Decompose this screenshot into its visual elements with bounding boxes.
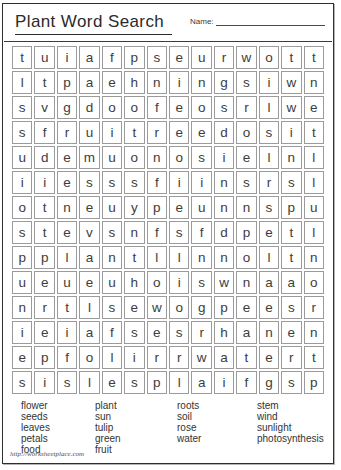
grid-cell-r6c5[interactable]: s (102, 171, 122, 194)
grid-cell-r6c14[interactable]: l (304, 171, 324, 194)
grid-cell-r11c1[interactable]: n (12, 296, 32, 319)
grid-cell-r12c4[interactable]: a (79, 321, 99, 344)
grid-cell-r9c1[interactable]: p (12, 246, 32, 269)
grid-cell-r1c7[interactable]: s (147, 46, 167, 69)
word-item-sunlight: sunlight (257, 422, 331, 433)
grid-cell-r1c9[interactable]: u (191, 46, 211, 69)
grid-cell-r10c13[interactable]: a (281, 271, 301, 294)
grid-cell-r13c14[interactable]: t (304, 346, 324, 369)
grid-cell-r12c3[interactable]: i (57, 321, 77, 344)
grid-cell-r2c1[interactable]: l (12, 71, 32, 94)
grid-cell-r14c11[interactable]: f (236, 371, 256, 394)
grid-cell-r3c14[interactable]: e (304, 96, 324, 119)
grid-cell-r1c4[interactable]: a (79, 46, 99, 69)
grid-cell-r6c3[interactable]: e (57, 171, 77, 194)
grid-cell-r10c8[interactable]: i (169, 271, 189, 294)
grid-cell-r1c10[interactable]: r (214, 46, 234, 69)
grid-cell-r11c11[interactable]: e (236, 296, 256, 319)
grid-cell-r13c6[interactable]: i (124, 346, 144, 369)
grid-cell-r11c3[interactable]: t (57, 296, 77, 319)
grid-cell-r5c14[interactable]: l (304, 146, 324, 169)
grid-cell-r9c9[interactable]: n (191, 246, 211, 269)
grid-cell-r10c2[interactable]: e (34, 271, 54, 294)
grid-cell-r10c3[interactable]: u (57, 271, 77, 294)
word-item-photosynthesis: photosynthesis (257, 433, 331, 444)
grid-cell-r12c7[interactable]: e (147, 321, 167, 344)
grid-cell-r11c14[interactable]: r (304, 296, 324, 319)
grid-cell-r5c5[interactable]: u (102, 146, 122, 169)
word-item-petals: petals (21, 433, 95, 444)
grid-cell-r4c11[interactable]: o (236, 121, 256, 144)
grid-cell-r4c1[interactable]: s (12, 121, 32, 144)
grid-cell-r14c4[interactable]: l (79, 371, 99, 394)
grid-cell-r2c14[interactable]: n (304, 71, 324, 94)
grid-cell-r12c2[interactable]: e (34, 321, 54, 344)
grid-cell-r8c3[interactable]: e (57, 221, 77, 244)
grid-cell-r4c6[interactable]: t (124, 121, 144, 144)
word-list-column-3: rootssoilrosewater (177, 400, 257, 455)
grid-cell-r4c7[interactable]: r (147, 121, 167, 144)
grid-cell-r11c6[interactable]: e (124, 296, 144, 319)
grid-cell-r14c13[interactable]: s (281, 371, 301, 394)
grid-cell-r2c8[interactable]: i (169, 71, 189, 94)
word-item-stem: stem (257, 400, 331, 411)
grid-cell-r10c9[interactable]: s (191, 271, 211, 294)
word-list-column-1: flowerseedsleavespetalsfood (21, 400, 95, 455)
grid-cell-r4c4[interactable]: u (79, 121, 99, 144)
grid-cell-r7c3[interactable]: n (57, 196, 77, 219)
grid-cell-r13c11[interactable]: t (236, 346, 256, 369)
grid-cell-r8c12[interactable]: e (259, 221, 279, 244)
grid-cell-r11c13[interactable]: s (281, 296, 301, 319)
grid-cell-r11c8[interactable]: o (169, 296, 189, 319)
grid-cell-r8c5[interactable]: s (102, 221, 122, 244)
grid-cell-r2c9[interactable]: n (191, 71, 211, 94)
grid-cell-r14c5[interactable]: e (102, 371, 122, 394)
grid-cell-r9c2[interactable]: p (34, 246, 54, 269)
grid-cell-r13c1[interactable]: e (12, 346, 32, 369)
grid-cell-r8c11[interactable]: p (236, 221, 256, 244)
word-item-sun: sun (95, 411, 177, 422)
grid-cell-r13c10[interactable]: a (214, 346, 234, 369)
grid-cell-r10c6[interactable]: h (124, 271, 144, 294)
grid-cell-r2c2[interactable]: t (34, 71, 54, 94)
header-divider (4, 41, 332, 42)
grid-cell-r5c4[interactable]: m (79, 146, 99, 169)
word-item-soil: soil (177, 411, 257, 422)
grid-cell-r14c8[interactable]: l (169, 371, 189, 394)
grid-cell-r13c9[interactable]: w (191, 346, 211, 369)
grid-cell-r13c13[interactable]: r (281, 346, 301, 369)
grid-cell-r9c8[interactable]: l (169, 246, 189, 269)
word-item-flower: flower (21, 400, 95, 411)
grid-cell-r1c11[interactable]: w (236, 46, 256, 69)
grid-cell-r14c2[interactable]: i (34, 371, 54, 394)
grid-cell-r3c8[interactable]: e (169, 96, 189, 119)
grid-cell-r7c8[interactable]: e (169, 196, 189, 219)
grid-cell-r8c10[interactable]: d (214, 221, 234, 244)
grid-cell-r6c7[interactable]: f (147, 171, 167, 194)
grid-cell-r1c13[interactable]: t (281, 46, 301, 69)
grid-cell-r5c1[interactable]: u (12, 146, 32, 169)
grid-cell-r4c8[interactable]: e (169, 121, 189, 144)
grid-cell-r4c14[interactable]: t (304, 121, 324, 144)
grid-cell-r6c13[interactable]: s (281, 171, 301, 194)
grid-cell-r2c10[interactable]: g (214, 71, 234, 94)
word-item-leaves: leaves (21, 422, 95, 433)
grid-cell-r11c7[interactable]: w (147, 296, 167, 319)
grid-cell-r3c7[interactable]: f (147, 96, 167, 119)
grid-cell-r14c6[interactable]: s (124, 371, 144, 394)
grid-cell-r10c10[interactable]: w (214, 271, 234, 294)
word-list-column-4: stemwindsunlightphotosynthesis (257, 400, 331, 455)
grid-cell-r7c11[interactable]: n (236, 196, 256, 219)
grid-cell-r2c6[interactable]: h (124, 71, 144, 94)
grid-cell-r3c11[interactable]: r (236, 96, 256, 119)
grid-cell-r9c5[interactable]: n (102, 246, 122, 269)
grid-cell-r3c5[interactable]: o (102, 96, 122, 119)
grid-cell-r2c7[interactable]: n (147, 71, 167, 94)
grid-cell-r11c9[interactable]: g (191, 296, 211, 319)
grid-cell-r4c2[interactable]: f (34, 121, 54, 144)
grid-cell-r2c13[interactable]: w (281, 71, 301, 94)
grid-cell-r1c8[interactable]: e (169, 46, 189, 69)
grid-cell-r1c12[interactable]: o (259, 46, 279, 69)
grid-cell-r10c12[interactable]: a (259, 271, 279, 294)
grid-cell-r7c6[interactable]: y (124, 196, 144, 219)
grid-cell-r1c5[interactable]: f (102, 46, 122, 69)
grid-cell-r1c2[interactable]: u (34, 46, 54, 69)
worksheet-page: Plant Word Search Name: tuiafpseurwottlt… (2, 3, 334, 464)
word-item-green: green (95, 433, 177, 444)
grid-cell-r3c1[interactable]: s (12, 96, 32, 119)
grid-cell-r4c10[interactable]: d (214, 121, 234, 144)
grid-cell-r6c12[interactable]: r (259, 171, 279, 194)
grid-cell-r12c9[interactable]: r (191, 321, 211, 344)
word-item-fruit: fruit (95, 444, 177, 455)
grid-cell-r12c5[interactable]: f (102, 321, 122, 344)
grid-cell-r9c4[interactable]: a (79, 246, 99, 269)
grid-cell-r9c11[interactable]: o (236, 246, 256, 269)
grid-cell-r13c5[interactable]: l (102, 346, 122, 369)
grid-cell-r11c5[interactable]: s (102, 296, 122, 319)
grid-cell-r5c12[interactable]: l (259, 146, 279, 169)
grid-cell-r8c8[interactable]: s (169, 221, 189, 244)
grid-cell-r4c13[interactable]: i (281, 121, 301, 144)
word-list-column-2: plantsuntulipgreenfruit (95, 400, 177, 455)
grid-cell-r12c14[interactable]: n (304, 321, 324, 344)
grid-cell-r9c14[interactable]: n (304, 246, 324, 269)
grid-cell-r10c14[interactable]: o (304, 271, 324, 294)
name-input-line[interactable] (216, 16, 325, 26)
grid-cell-r1c1[interactable]: t (12, 46, 32, 69)
source-url: http://worksheetplace.com (10, 450, 84, 458)
grid-cell-r6c11[interactable]: s (236, 171, 256, 194)
grid-cell-r4c5[interactable]: i (102, 121, 122, 144)
grid-cell-r13c8[interactable]: r (169, 346, 189, 369)
name-area: Name: (190, 16, 325, 26)
grid-cell-r1c6[interactable]: p (124, 46, 144, 69)
word-item-water: water (177, 433, 257, 444)
grid-cell-r2c4[interactable]: a (79, 71, 99, 94)
grid-cell-r4c3[interactable]: r (57, 121, 77, 144)
grid-cell-r6c4[interactable]: s (79, 171, 99, 194)
grid-cell-r3c12[interactable]: l (259, 96, 279, 119)
grid-cell-r5c10[interactable]: i (214, 146, 234, 169)
grid-cell-r10c4[interactable]: e (79, 271, 99, 294)
word-item-roots: roots (177, 400, 257, 411)
grid-cell-r5c9[interactable]: s (191, 146, 211, 169)
grid-cell-r2c3[interactable]: p (57, 71, 77, 94)
grid-cell-r7c10[interactable]: n (214, 196, 234, 219)
grid-cell-r8c2[interactable]: t (34, 221, 54, 244)
word-search-grid[interactable]: tuiafpseurwottltpaehningsiwnsvgdoofeosrl… (12, 46, 324, 394)
header: Plant Word Search Name: (3, 4, 333, 36)
grid-cell-r7c4[interactable]: e (79, 196, 99, 219)
grid-cell-r14c9[interactable]: a (191, 371, 211, 394)
grid-cell-r11c10[interactable]: p (214, 296, 234, 319)
grid-cell-r12c6[interactable]: s (124, 321, 144, 344)
grid-cell-r9c12[interactable]: l (259, 246, 279, 269)
grid-cell-r11c12[interactable]: e (259, 296, 279, 319)
grid-cell-r12c12[interactable]: n (259, 321, 279, 344)
grid-cell-r14c7[interactable]: p (147, 371, 167, 394)
grid-cell-r3c3[interactable]: g (57, 96, 77, 119)
grid-cell-r5c13[interactable]: n (281, 146, 301, 169)
page-title: Plant Word Search (15, 12, 172, 35)
grid-cell-r5c8[interactable]: o (169, 146, 189, 169)
grid-cell-r4c12[interactable]: s (259, 121, 279, 144)
grid-cell-r1c3[interactable]: i (57, 46, 77, 69)
grid-cell-r7c14[interactable]: u (304, 196, 324, 219)
grid-cell-r13c12[interactable]: e (259, 346, 279, 369)
grid-cell-r10c7[interactable]: o (147, 271, 167, 294)
grid-cell-r3c6[interactable]: o (124, 96, 144, 119)
grid-cell-r7c2[interactable]: t (34, 196, 54, 219)
grid-cell-r12c8[interactable]: s (169, 321, 189, 344)
grid-cell-r9c13[interactable]: t (281, 246, 301, 269)
grid-cell-r12c10[interactable]: h (214, 321, 234, 344)
grid-cell-r6c6[interactable]: s (124, 171, 144, 194)
grid-cell-r10c11[interactable]: n (236, 271, 256, 294)
grid-cell-r8c9[interactable]: f (191, 221, 211, 244)
grid-cell-r12c11[interactable]: a (236, 321, 256, 344)
word-list: flowerseedsleavespetalsfoodplantsuntulip… (3, 394, 333, 455)
grid-cell-r13c2[interactable]: p (34, 346, 54, 369)
grid-cell-r7c5[interactable]: u (102, 196, 122, 219)
grid-cell-r14c12[interactable]: g (259, 371, 279, 394)
grid-cell-r8c14[interactable]: l (304, 221, 324, 244)
grid-cell-r6c1[interactable]: i (12, 171, 32, 194)
grid-cell-r9c7[interactable]: l (147, 246, 167, 269)
grid-cell-r13c7[interactable]: r (147, 346, 167, 369)
grid-cell-r11c2[interactable]: r (34, 296, 54, 319)
grid-cell-r12c13[interactable]: e (281, 321, 301, 344)
grid-cell-r9c6[interactable]: t (124, 246, 144, 269)
grid-cell-r5c7[interactable]: n (147, 146, 167, 169)
grid-cell-r14c3[interactable]: s (57, 371, 77, 394)
grid-cell-r12c1[interactable]: i (12, 321, 32, 344)
grid-cell-r9c10[interactable]: n (214, 246, 234, 269)
grid-cell-r7c1[interactable]: o (12, 196, 32, 219)
grid-cell-r8c6[interactable]: n (124, 221, 144, 244)
grid-cell-r10c1[interactable]: u (12, 271, 32, 294)
grid-cell-r7c12[interactable]: s (259, 196, 279, 219)
grid-cell-r11c4[interactable]: l (79, 296, 99, 319)
grid-cell-r3c10[interactable]: s (214, 96, 234, 119)
grid-cell-r2c11[interactable]: s (236, 71, 256, 94)
grid-cell-r14c14[interactable]: p (304, 371, 324, 394)
grid-cell-r8c13[interactable]: t (281, 221, 301, 244)
grid-cell-r6c8[interactable]: i (169, 171, 189, 194)
grid-cell-r7c9[interactable]: u (191, 196, 211, 219)
grid-cell-r3c9[interactable]: o (191, 96, 211, 119)
grid-cell-r14c1[interactable]: s (12, 371, 32, 394)
grid-cell-r6c10[interactable]: n (214, 171, 234, 194)
word-item-wind: wind (257, 411, 331, 422)
word-item-rose: rose (177, 422, 257, 433)
grid-cell-r10c5[interactable]: u (102, 271, 122, 294)
grid-cell-r1c14[interactable]: t (304, 46, 324, 69)
grid-cell-r5c6[interactable]: o (124, 146, 144, 169)
grid-cell-r14c10[interactable]: i (214, 371, 234, 394)
grid-cell-r3c4[interactable]: d (79, 96, 99, 119)
grid-cell-r9c3[interactable]: l (57, 246, 77, 269)
grid-cell-r2c12[interactable]: i (259, 71, 279, 94)
grid-cell-r6c2[interactable]: i (34, 171, 54, 194)
grid-cell-r8c4[interactable]: v (79, 221, 99, 244)
grid-cell-r8c7[interactable]: f (147, 221, 167, 244)
grid-cell-r13c4[interactable]: o (79, 346, 99, 369)
grid-cell-r13c3[interactable]: f (57, 346, 77, 369)
grid-cell-r8c1[interactable]: s (12, 221, 32, 244)
grid-cell-r7c13[interactable]: p (281, 196, 301, 219)
grid-cell-r5c11[interactable]: e (236, 146, 256, 169)
grid-cell-r4c9[interactable]: e (191, 121, 211, 144)
word-item-seeds: seeds (21, 411, 95, 422)
grid-cell-r3c13[interactable]: w (281, 96, 301, 119)
grid-cell-r5c3[interactable]: e (57, 146, 77, 169)
name-label: Name: (190, 17, 214, 26)
grid-cell-r3c2[interactable]: v (34, 96, 54, 119)
grid-cell-r5c2[interactable]: d (34, 146, 54, 169)
grid-cell-r7c7[interactable]: p (147, 196, 167, 219)
word-item-plant: plant (95, 400, 177, 411)
grid-cell-r2c5[interactable]: e (102, 71, 122, 94)
word-item-tulip: tulip (95, 422, 177, 433)
grid-cell-r6c9[interactable]: i (191, 171, 211, 194)
